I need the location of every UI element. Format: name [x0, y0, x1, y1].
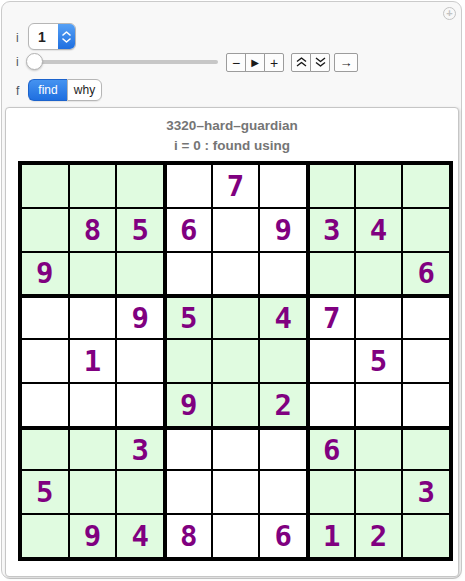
- cell-r1c3: [117, 165, 163, 207]
- slower-button[interactable]: [310, 53, 330, 72]
- cell-r5c9: [403, 340, 449, 382]
- puzzle-title: 3320–hard–guardian: [6, 118, 458, 133]
- cell-r1c7: [308, 165, 354, 207]
- cell-r2c8: 4: [356, 209, 402, 251]
- cell-r3c9: 6: [403, 253, 449, 295]
- cell-r1c6: [260, 165, 306, 207]
- cell-r3c7: [308, 253, 354, 295]
- cell-r6c7: [308, 384, 354, 426]
- cell-r4c5: [213, 296, 259, 338]
- cell-r1c8: [356, 165, 402, 207]
- chevron-down-icon: [62, 38, 71, 43]
- cell-r2c5: [213, 209, 259, 251]
- cell-r2c6: 9: [260, 209, 306, 251]
- i-slider-thumb[interactable]: [26, 53, 43, 70]
- cell-r3c8: [356, 253, 402, 295]
- cell-r5c2: 1: [70, 340, 116, 382]
- cell-r6c4: 9: [165, 384, 211, 426]
- cell-r9c6: 6: [260, 515, 306, 557]
- cell-r3c4: [165, 253, 211, 295]
- find-button[interactable]: find: [28, 79, 67, 101]
- manipulate-menu-button[interactable]: +: [443, 7, 456, 20]
- stepper-label: i: [16, 31, 19, 45]
- cell-r8c8: [356, 471, 402, 513]
- cell-r2c4: 6: [165, 209, 211, 251]
- cell-r7c2: [70, 428, 116, 470]
- stepper-buttons[interactable]: [58, 24, 75, 49]
- play-button[interactable]: ▶: [245, 53, 265, 72]
- cell-r5c1: [22, 340, 68, 382]
- cell-r9c8: 2: [356, 515, 402, 557]
- cell-r5c8: 5: [356, 340, 402, 382]
- cell-r6c1: [22, 384, 68, 426]
- cell-r2c7: 3: [308, 209, 354, 251]
- cell-r3c1: 9: [22, 253, 68, 295]
- cell-r8c5: [213, 471, 259, 513]
- cell-r5c5: [213, 340, 259, 382]
- cell-r8c7: [308, 471, 354, 513]
- why-button[interactable]: why: [67, 79, 102, 101]
- manipulate-window: i 1 i − ▶ + → f find why +: [0, 0, 465, 581]
- cell-r7c3: 3: [117, 428, 163, 470]
- cell-r3c5: [213, 253, 259, 295]
- cell-r1c9: [403, 165, 449, 207]
- cell-r6c5: [213, 384, 259, 426]
- cell-r4c3: 9: [117, 296, 163, 338]
- cell-r7c5: [213, 428, 259, 470]
- cell-r1c5: 7: [213, 165, 259, 207]
- cell-r9c5: [213, 515, 259, 557]
- cell-r7c9: [403, 428, 449, 470]
- cell-r4c7: 7: [308, 296, 354, 338]
- cell-r7c8: [356, 428, 402, 470]
- cell-r8c6: [260, 471, 306, 513]
- cell-r9c4: 8: [165, 515, 211, 557]
- cell-r1c4: [165, 165, 211, 207]
- status-line: i = 0 : found using: [6, 138, 458, 153]
- cell-r4c9: [403, 296, 449, 338]
- cell-r2c2: 8: [70, 209, 116, 251]
- cell-r9c3: 4: [117, 515, 163, 557]
- cell-r9c7: 1: [308, 515, 354, 557]
- cell-r6c9: [403, 384, 449, 426]
- step-forward-button[interactable]: +: [264, 53, 284, 72]
- cell-r7c1: [22, 428, 68, 470]
- i-slider-track[interactable]: [27, 60, 218, 64]
- cell-r5c7: [308, 340, 354, 382]
- chevron-double-down-icon: [315, 56, 326, 70]
- direction-button[interactable]: →: [334, 53, 358, 72]
- sudoku-board: 785693496954715923653948612: [18, 161, 453, 561]
- cell-r8c3: [117, 471, 163, 513]
- cell-r3c6: [260, 253, 306, 295]
- cell-r9c9: [403, 515, 449, 557]
- cell-r5c6: [260, 340, 306, 382]
- cell-r1c1: [22, 165, 68, 207]
- cell-r2c9: [403, 209, 449, 251]
- cell-r3c3: [117, 253, 163, 295]
- cell-r6c8: [356, 384, 402, 426]
- cell-r7c7: 6: [308, 428, 354, 470]
- cell-r8c1: 5: [22, 471, 68, 513]
- i-value-stepper[interactable]: 1: [28, 23, 76, 50]
- chevron-double-up-icon: [296, 56, 307, 70]
- faster-button[interactable]: [291, 53, 311, 72]
- cell-r8c4: [165, 471, 211, 513]
- cell-r8c2: [70, 471, 116, 513]
- cell-r6c3: [117, 384, 163, 426]
- cell-r5c4: [165, 340, 211, 382]
- mode-label: f: [16, 84, 19, 98]
- cell-r7c6: [260, 428, 306, 470]
- cell-r4c8: [356, 296, 402, 338]
- stepper-value: 1: [29, 24, 58, 49]
- cell-r6c2: [70, 384, 116, 426]
- cell-r2c1: [22, 209, 68, 251]
- cell-r7c4: [165, 428, 211, 470]
- mode-toggle: find why: [28, 79, 102, 101]
- cell-r2c3: 5: [117, 209, 163, 251]
- cell-r6c6: 2: [260, 384, 306, 426]
- slider-label: i: [16, 55, 19, 69]
- cell-r5c3: [117, 340, 163, 382]
- cell-r4c1: [22, 296, 68, 338]
- puzzle-panel: 3320–hard–guardian i = 0 : found using 7…: [5, 107, 459, 577]
- step-back-button[interactable]: −: [226, 53, 246, 72]
- cell-r1c2: [70, 165, 116, 207]
- cell-r4c2: [70, 296, 116, 338]
- plus-icon: +: [446, 8, 452, 19]
- cell-r9c1: [22, 515, 68, 557]
- cell-r4c6: 4: [260, 296, 306, 338]
- cell-r9c2: 9: [70, 515, 116, 557]
- cell-r3c2: [70, 253, 116, 295]
- cell-r4c4: 5: [165, 296, 211, 338]
- chevron-up-icon: [62, 31, 71, 36]
- cell-r8c9: 3: [403, 471, 449, 513]
